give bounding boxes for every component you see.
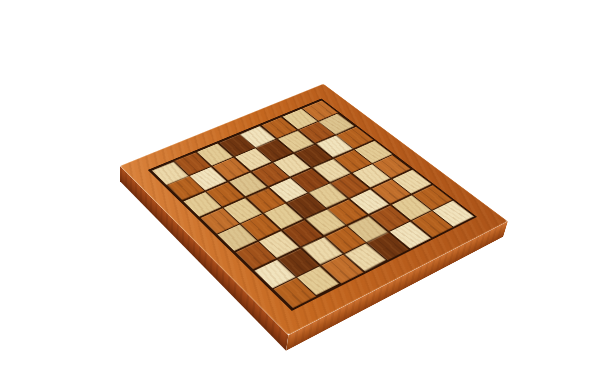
board-square (368, 232, 409, 259)
board-square (298, 266, 340, 295)
board-square (206, 182, 244, 206)
board-square (247, 188, 285, 213)
board-square (235, 242, 276, 270)
board-square (254, 260, 295, 289)
board-square (291, 168, 329, 192)
board-square (283, 220, 323, 247)
board-square (190, 167, 227, 191)
board-square (287, 194, 326, 219)
board-square (278, 248, 319, 276)
board-square (345, 244, 386, 272)
board-square (353, 164, 391, 188)
board-square (217, 225, 257, 252)
game-board (120, 84, 508, 335)
board-square (241, 214, 280, 240)
board-square (273, 278, 315, 308)
board-square (302, 237, 343, 264)
board-tray (148, 98, 477, 310)
board-square (200, 208, 239, 234)
board-square (433, 201, 473, 227)
board-square (350, 189, 389, 214)
board-square (413, 185, 452, 210)
board-square (183, 192, 221, 217)
board-square (229, 172, 267, 196)
board-square (252, 163, 289, 186)
board-square (331, 174, 369, 198)
board-square (223, 198, 262, 223)
board-frame (120, 84, 508, 335)
board-square (372, 179, 411, 203)
board-square (348, 216, 388, 242)
board-square (167, 176, 204, 200)
board-square (322, 255, 364, 284)
board-square (306, 209, 346, 235)
board-square (325, 226, 365, 253)
board-square (269, 178, 307, 202)
photo-canvas (0, 0, 600, 381)
board-square (391, 195, 431, 220)
board-square (393, 170, 431, 194)
board-square (328, 199, 367, 224)
board-square (309, 183, 347, 207)
board-square (259, 231, 299, 258)
board-square (390, 222, 431, 249)
board-square (370, 205, 410, 231)
board-square (264, 204, 303, 230)
board-square (412, 211, 452, 237)
